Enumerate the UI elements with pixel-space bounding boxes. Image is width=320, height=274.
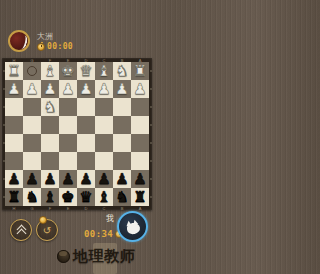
watermark: 地理教师 bbox=[57, 247, 135, 266]
square-f1[interactable]: ♝ bbox=[41, 62, 59, 80]
square-d3[interactable] bbox=[77, 98, 95, 116]
file-label-g: G bbox=[25, 206, 39, 209]
square-a2[interactable]: ♟ bbox=[131, 80, 149, 98]
white-pawn-e2[interactable]: ♟ bbox=[59, 80, 77, 98]
chess-board: HGFEDCBA ♜♝♚♛♝♞♜♟♟♟♟♟♟♟♟♞♟♟♟♟♟♟♟♟♜♞♝♚♛♝♞… bbox=[2, 58, 152, 210]
square-a8[interactable]: ♜ bbox=[131, 188, 149, 206]
square-h2[interactable]: ♟ bbox=[5, 80, 23, 98]
square-a3[interactable] bbox=[131, 98, 149, 116]
white-queen-d1[interactable]: ♛ bbox=[77, 62, 95, 80]
black-pawn-d7[interactable]: ♟ bbox=[77, 170, 95, 188]
opponent-bar: 大洲 00:00 bbox=[0, 28, 154, 56]
square-b4[interactable] bbox=[113, 116, 131, 134]
last-move-from-marker bbox=[27, 66, 37, 76]
black-pawn-c7[interactable]: ♟ bbox=[95, 170, 113, 188]
opponent-time-value: 00:00 bbox=[47, 42, 73, 51]
square-f5[interactable] bbox=[41, 134, 59, 152]
square-b5[interactable] bbox=[113, 134, 131, 152]
file-label-d: D bbox=[79, 206, 93, 209]
square-e2[interactable]: ♟ bbox=[59, 80, 77, 98]
white-bishop-c1[interactable]: ♝ bbox=[95, 62, 113, 80]
square-e8[interactable]: ♚ bbox=[59, 188, 77, 206]
black-bishop-f8[interactable]: ♝ bbox=[41, 188, 59, 206]
black-pawn-h7[interactable]: ♟ bbox=[5, 170, 23, 188]
square-c3[interactable] bbox=[95, 98, 113, 116]
square-g6[interactable] bbox=[23, 152, 41, 170]
square-c1[interactable]: ♝ bbox=[95, 62, 113, 80]
square-c7[interactable]: ♟ bbox=[95, 170, 113, 188]
square-d7[interactable]: ♟ bbox=[77, 170, 95, 188]
square-d5[interactable] bbox=[77, 134, 95, 152]
square-d8[interactable]: ♛ bbox=[77, 188, 95, 206]
me-avatar[interactable] bbox=[117, 211, 148, 242]
file-labels-bottom: HGFEDCBA bbox=[5, 206, 149, 210]
square-d1[interactable]: ♛ bbox=[77, 62, 95, 80]
square-e6[interactable] bbox=[59, 152, 77, 170]
white-knight-b1[interactable]: ♞ bbox=[113, 62, 131, 80]
black-pawn-a7[interactable]: ♟ bbox=[131, 170, 149, 188]
black-king-e8[interactable]: ♚ bbox=[59, 188, 77, 206]
square-b7[interactable]: ♟ bbox=[113, 170, 131, 188]
square-h8[interactable]: ♜ bbox=[5, 188, 23, 206]
black-knight-g8[interactable]: ♞ bbox=[23, 188, 41, 206]
black-knight-b8[interactable]: ♞ bbox=[113, 188, 131, 206]
square-d6[interactable] bbox=[77, 152, 95, 170]
square-a1[interactable]: ♜ bbox=[131, 62, 149, 80]
square-e7[interactable]: ♟ bbox=[59, 170, 77, 188]
file-label-a: A bbox=[133, 206, 147, 209]
board-grid: ♜♝♚♛♝♞♜♟♟♟♟♟♟♟♟♞♟♟♟♟♟♟♟♟♜♞♝♚♛♝♞♜ bbox=[5, 62, 149, 206]
opponent-avatar[interactable] bbox=[8, 30, 30, 52]
square-f8[interactable]: ♝ bbox=[41, 188, 59, 206]
cat-avatar-figure bbox=[126, 222, 141, 235]
square-f4[interactable] bbox=[41, 116, 59, 134]
square-g3[interactable] bbox=[23, 98, 41, 116]
black-rook-a8[interactable]: ♜ bbox=[131, 188, 149, 206]
square-h1[interactable]: ♜ bbox=[5, 62, 23, 80]
square-c6[interactable] bbox=[95, 152, 113, 170]
square-b1[interactable]: ♞ bbox=[113, 62, 131, 80]
white-pawn-b2[interactable]: ♟ bbox=[113, 80, 131, 98]
board-frame-rivets-right bbox=[149, 62, 152, 206]
black-queen-d8[interactable]: ♛ bbox=[77, 188, 95, 206]
white-bishop-f1[interactable]: ♝ bbox=[41, 62, 59, 80]
square-c8[interactable]: ♝ bbox=[95, 188, 113, 206]
square-f7[interactable]: ♟ bbox=[41, 170, 59, 188]
square-e3[interactable] bbox=[59, 98, 77, 116]
square-h4[interactable] bbox=[5, 116, 23, 134]
square-f2[interactable]: ♟ bbox=[41, 80, 59, 98]
clock-icon bbox=[37, 43, 45, 51]
me-time-value: 00:34 bbox=[84, 229, 113, 239]
white-pawn-d2[interactable]: ♟ bbox=[77, 80, 95, 98]
white-rook-a1[interactable]: ♜ bbox=[131, 62, 149, 80]
white-pawn-f2[interactable]: ♟ bbox=[41, 80, 59, 98]
square-g2[interactable]: ♟ bbox=[23, 80, 41, 98]
square-a5[interactable] bbox=[131, 134, 149, 152]
square-h7[interactable]: ♟ bbox=[5, 170, 23, 188]
opponent-avatar-figure bbox=[17, 34, 28, 50]
file-label-f: F bbox=[43, 206, 57, 209]
black-rook-h8[interactable]: ♜ bbox=[5, 188, 23, 206]
square-d2[interactable]: ♟ bbox=[77, 80, 95, 98]
black-pawn-e7[interactable]: ♟ bbox=[59, 170, 77, 188]
menu-button[interactable] bbox=[10, 219, 32, 241]
square-h6[interactable] bbox=[5, 152, 23, 170]
square-a4[interactable] bbox=[131, 116, 149, 134]
square-f6[interactable] bbox=[41, 152, 59, 170]
square-g7[interactable]: ♟ bbox=[23, 170, 41, 188]
square-e5[interactable] bbox=[59, 134, 77, 152]
square-h5[interactable] bbox=[5, 134, 23, 152]
globe-icon bbox=[57, 250, 70, 263]
square-e4[interactable] bbox=[59, 116, 77, 134]
square-b8[interactable]: ♞ bbox=[113, 188, 131, 206]
white-knight-f3[interactable]: ♞ bbox=[41, 98, 59, 116]
opponent-timer: 00:00 bbox=[37, 42, 73, 51]
square-g4[interactable] bbox=[23, 116, 41, 134]
black-pawn-f7[interactable]: ♟ bbox=[41, 170, 59, 188]
white-rook-h1[interactable]: ♜ bbox=[5, 62, 23, 80]
file-label-b: B bbox=[115, 206, 129, 209]
square-g5[interactable] bbox=[23, 134, 41, 152]
square-g1[interactable] bbox=[23, 62, 41, 80]
file-label-e: E bbox=[61, 206, 75, 209]
square-a7[interactable]: ♟ bbox=[131, 170, 149, 188]
file-label-c: C bbox=[97, 206, 111, 209]
square-a6[interactable] bbox=[131, 152, 149, 170]
square-b6[interactable] bbox=[113, 152, 131, 170]
undo-icon: ↺ bbox=[37, 223, 57, 239]
square-e1[interactable]: ♚ bbox=[59, 62, 77, 80]
me-name: 我 bbox=[106, 213, 114, 224]
black-pawn-b7[interactable]: ♟ bbox=[113, 170, 131, 188]
white-king-e1[interactable]: ♚ bbox=[59, 62, 77, 80]
white-pawn-c2[interactable]: ♟ bbox=[95, 80, 113, 98]
square-f3[interactable]: ♞ bbox=[41, 98, 59, 116]
square-c5[interactable] bbox=[95, 134, 113, 152]
file-label-h: H bbox=[7, 206, 21, 209]
square-g8[interactable]: ♞ bbox=[23, 188, 41, 206]
undo-coin-button[interactable]: ↺ bbox=[36, 219, 58, 241]
white-pawn-g2[interactable]: ♟ bbox=[23, 80, 41, 98]
black-pawn-g7[interactable]: ♟ bbox=[23, 170, 41, 188]
square-b2[interactable]: ♟ bbox=[113, 80, 131, 98]
square-d4[interactable] bbox=[77, 116, 95, 134]
square-c4[interactable] bbox=[95, 116, 113, 134]
opponent-name: 大洲 bbox=[37, 31, 53, 42]
square-h3[interactable] bbox=[5, 98, 23, 116]
watermark-text: 地理教师 bbox=[73, 247, 135, 266]
white-pawn-a2[interactable]: ♟ bbox=[131, 80, 149, 98]
white-pawn-h2[interactable]: ♟ bbox=[5, 80, 23, 98]
square-c2[interactable]: ♟ bbox=[95, 80, 113, 98]
square-b3[interactable] bbox=[113, 98, 131, 116]
black-bishop-c8[interactable]: ♝ bbox=[95, 188, 113, 206]
